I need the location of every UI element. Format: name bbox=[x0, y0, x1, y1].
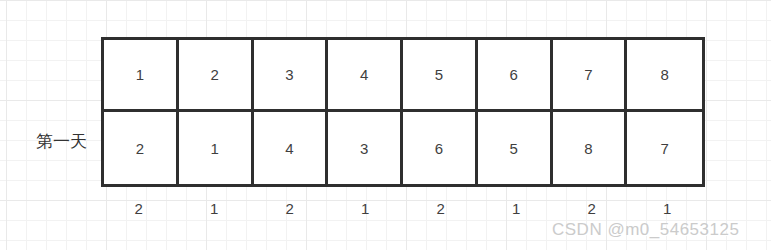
grid-cell-r2c1: 2 bbox=[104, 112, 179, 184]
grid-cell-r1c6: 6 bbox=[478, 40, 553, 112]
footer-number-c4: 1 bbox=[328, 198, 404, 218]
footer-number-c8: 1 bbox=[630, 198, 706, 218]
footer-number-c1: 2 bbox=[101, 198, 177, 218]
csdn-watermark: CSDN @m0_54653125 bbox=[552, 220, 739, 240]
grid-cell-r1c1: 1 bbox=[104, 40, 179, 112]
grid-cell-r2c3: 4 bbox=[254, 112, 329, 184]
grid-cell-r1c3: 3 bbox=[254, 40, 329, 112]
number-grid-table: 1 2 3 4 5 6 7 8 2 1 4 3 6 5 8 7 bbox=[101, 37, 705, 187]
grid-cell-r1c2: 2 bbox=[179, 40, 254, 112]
footer-number-row: 2 1 2 1 2 1 2 1 bbox=[101, 198, 705, 218]
grid-cell-r2c6: 5 bbox=[478, 112, 553, 184]
footer-number-c6: 1 bbox=[479, 198, 555, 218]
grid-cell-r1c5: 5 bbox=[403, 40, 478, 112]
grid-cell-r2c2: 1 bbox=[179, 112, 254, 184]
grid-cell-r2c5: 6 bbox=[403, 112, 478, 184]
footer-number-c7: 2 bbox=[554, 198, 630, 218]
grid-cell-r2c8: 7 bbox=[627, 112, 702, 184]
footer-number-c5: 2 bbox=[403, 198, 479, 218]
grid-cell-r2c7: 8 bbox=[553, 112, 628, 184]
day-label: 第一天 bbox=[36, 130, 87, 153]
grid-cell-r1c7: 7 bbox=[553, 40, 628, 112]
grid-cell-r1c8: 8 bbox=[627, 40, 702, 112]
footer-number-c2: 1 bbox=[177, 198, 253, 218]
grid-cell-r2c4: 3 bbox=[328, 112, 403, 184]
grid-cell-r1c4: 4 bbox=[328, 40, 403, 112]
footer-number-c3: 2 bbox=[252, 198, 328, 218]
